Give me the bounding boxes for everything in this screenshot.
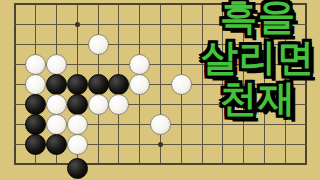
grid-line-horizontal [14, 163, 307, 165]
grid-line-vertical [202, 4, 203, 165]
white-stone[interactable] [88, 94, 109, 115]
grid-line-vertical [160, 4, 161, 165]
black-stone[interactable] [46, 74, 67, 95]
grid-line-vertical [243, 4, 244, 165]
white-stone[interactable] [25, 74, 46, 95]
white-stone[interactable] [150, 114, 171, 135]
black-stone[interactable] [67, 94, 88, 115]
white-stone[interactable] [67, 134, 88, 155]
black-stone[interactable] [67, 158, 88, 179]
white-stone[interactable] [88, 34, 109, 55]
star-point [75, 22, 80, 27]
white-stone[interactable] [46, 94, 67, 115]
go-board[interactable] [0, 0, 320, 180]
white-stone[interactable] [67, 114, 88, 135]
white-stone[interactable] [129, 74, 150, 95]
grid-line-vertical [14, 4, 16, 165]
black-stone[interactable] [25, 114, 46, 135]
grid-line-horizontal [14, 3, 307, 5]
grid-line-vertical [264, 4, 265, 165]
thumbnail-scene: 흑을 살리면 천재 [0, 0, 320, 180]
star-point [158, 142, 163, 147]
black-stone[interactable] [88, 74, 109, 95]
black-stone[interactable] [46, 134, 67, 155]
white-stone[interactable] [25, 54, 46, 75]
white-stone[interactable] [171, 74, 192, 95]
white-stone[interactable] [108, 94, 129, 115]
white-stone[interactable] [46, 54, 67, 75]
grid-line-horizontal [14, 44, 307, 45]
black-stone[interactable] [67, 74, 88, 95]
white-stone[interactable] [129, 54, 150, 75]
white-stone[interactable] [46, 114, 67, 135]
grid-line-vertical [285, 4, 286, 165]
grid-line-horizontal [14, 24, 307, 25]
grid-line-vertical [222, 4, 223, 165]
black-stone[interactable] [25, 134, 46, 155]
black-stone[interactable] [108, 74, 129, 95]
black-stone[interactable] [25, 94, 46, 115]
grid-line-vertical [305, 4, 307, 165]
